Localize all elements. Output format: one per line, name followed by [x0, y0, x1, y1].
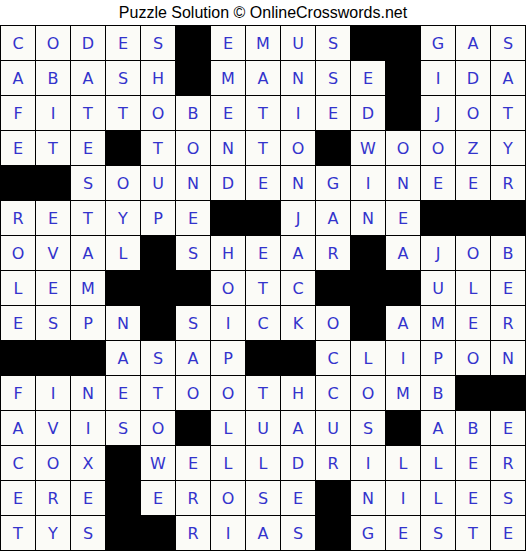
cell-r15c2: Y	[36, 516, 70, 550]
block-r4c10	[316, 131, 350, 165]
block-r9c11	[351, 306, 385, 340]
block-r15c10	[316, 516, 350, 550]
cell-r8c7: O	[211, 271, 245, 305]
cell-r13c3: X	[71, 446, 105, 480]
cell-r8c13: U	[421, 271, 455, 305]
cell-r5c10: G	[316, 166, 350, 200]
cell-r14c6: R	[176, 481, 210, 515]
cell-r12c1: A	[1, 411, 35, 445]
cell-r14c8: S	[246, 481, 280, 515]
block-r1c12	[386, 26, 420, 60]
cell-r13c14: E	[456, 446, 490, 480]
cell-r7c8: E	[246, 236, 280, 270]
cell-r12c2: V	[36, 411, 70, 445]
page-title: Puzzle Solution © OnlineCrosswords.net	[119, 5, 407, 21]
cell-r10c5: S	[141, 341, 175, 375]
cell-r14c13: L	[421, 481, 455, 515]
cell-r10c13: P	[421, 341, 455, 375]
cell-r12c9: A	[281, 411, 315, 445]
block-r12c6	[176, 411, 210, 445]
cell-r13c10: R	[316, 446, 350, 480]
block-r10c9	[281, 341, 315, 375]
cell-r4c12: O	[386, 131, 420, 165]
cell-r10c11: L	[351, 341, 385, 375]
cell-r5c3: S	[71, 166, 105, 200]
cell-r2c13: I	[421, 61, 455, 95]
cell-r1c14: A	[456, 26, 490, 60]
cell-r11c7: O	[211, 376, 245, 410]
block-r12c12	[386, 411, 420, 445]
cell-r7c12: A	[386, 236, 420, 270]
cell-r12c8: U	[246, 411, 280, 445]
cell-r9c15: R	[491, 306, 525, 340]
cell-r9c1: E	[1, 306, 35, 340]
cell-r15c11: G	[351, 516, 385, 550]
cell-r11c11: O	[351, 376, 385, 410]
cell-r11c8: T	[246, 376, 280, 410]
cell-r1c10: S	[316, 26, 350, 60]
cell-r9c13: M	[421, 306, 455, 340]
block-r1c11	[351, 26, 385, 60]
block-r5c2	[36, 166, 70, 200]
cell-r8c15: E	[491, 271, 525, 305]
block-r8c10	[316, 271, 350, 305]
cell-r5c9: N	[281, 166, 315, 200]
block-r11c14	[456, 376, 490, 410]
block-r10c2	[36, 341, 70, 375]
cell-r5c4: O	[106, 166, 140, 200]
cell-r12c15: E	[491, 411, 525, 445]
cell-r9c4: N	[106, 306, 140, 340]
cell-r6c3: T	[71, 201, 105, 235]
cell-r3c5: O	[141, 96, 175, 130]
crossword-grid: CODESEMUSGASABASHMANSEIDAFITTOBETIEDJOTE…	[0, 25, 526, 551]
cell-r7c13: J	[421, 236, 455, 270]
block-r8c6	[176, 271, 210, 305]
cell-r11c4: E	[106, 376, 140, 410]
cell-r11c12: M	[386, 376, 420, 410]
cell-r14c15: S	[491, 481, 525, 515]
block-r8c4	[106, 271, 140, 305]
cell-r7c14: O	[456, 236, 490, 270]
cell-r6c5: P	[141, 201, 175, 235]
cell-r6c12: E	[386, 201, 420, 235]
cell-r12c3: I	[71, 411, 105, 445]
cell-r9c3: P	[71, 306, 105, 340]
cell-r9c14: E	[456, 306, 490, 340]
cell-r11c9: H	[281, 376, 315, 410]
cell-r10c7: P	[211, 341, 245, 375]
cell-r2c10: S	[316, 61, 350, 95]
cell-r5c12: N	[386, 166, 420, 200]
cell-r13c5: W	[141, 446, 175, 480]
block-r15c4	[106, 516, 140, 550]
cell-r9c8: C	[246, 306, 280, 340]
cell-r13c15: R	[491, 446, 525, 480]
cell-r15c9: S	[281, 516, 315, 550]
cell-r3c6: B	[176, 96, 210, 130]
cell-r9c10: O	[316, 306, 350, 340]
cell-r14c7: O	[211, 481, 245, 515]
cell-r2c3: A	[71, 61, 105, 95]
cell-r7c2: V	[36, 236, 70, 270]
cell-r12c13: A	[421, 411, 455, 445]
cell-r7c9: A	[281, 236, 315, 270]
cell-r8c2: E	[36, 271, 70, 305]
cell-r5c13: E	[421, 166, 455, 200]
cell-r13c7: L	[211, 446, 245, 480]
cell-r4c5: T	[141, 131, 175, 165]
cell-r3c3: T	[71, 96, 105, 130]
cell-r14c5: E	[141, 481, 175, 515]
cell-r13c2: O	[36, 446, 70, 480]
cell-r7c10: R	[316, 236, 350, 270]
cell-r5c14: E	[456, 166, 490, 200]
cell-r4c3: E	[71, 131, 105, 165]
cell-r13c6: E	[176, 446, 210, 480]
cell-r2c2: B	[36, 61, 70, 95]
cell-r10c14: O	[456, 341, 490, 375]
cell-r1c8: M	[246, 26, 280, 60]
block-r7c11	[351, 236, 385, 270]
cell-r3c11: D	[351, 96, 385, 130]
block-r3c12	[386, 96, 420, 130]
cell-r6c11: N	[351, 201, 385, 235]
cell-r15c1: T	[1, 516, 35, 550]
cell-r9c6: S	[176, 306, 210, 340]
block-r14c4	[106, 481, 140, 515]
cell-r5c8: E	[246, 166, 280, 200]
cell-r7c3: A	[71, 236, 105, 270]
cell-r3c2: I	[36, 96, 70, 130]
block-r10c8	[246, 341, 280, 375]
cell-r3c9: I	[281, 96, 315, 130]
cell-r9c9: K	[281, 306, 315, 340]
block-r9c5	[141, 306, 175, 340]
cell-r11c13: B	[421, 376, 455, 410]
cell-r6c4: Y	[106, 201, 140, 235]
block-r6c14	[456, 201, 490, 235]
cell-r2c4: S	[106, 61, 140, 95]
cell-r4c14: Z	[456, 131, 490, 165]
cell-r5c5: U	[141, 166, 175, 200]
cell-r5c15: R	[491, 166, 525, 200]
block-r6c7	[211, 201, 245, 235]
cell-r13c8: L	[246, 446, 280, 480]
cell-r2c1: A	[1, 61, 35, 95]
cell-r15c15: E	[491, 516, 525, 550]
cell-r11c1: F	[1, 376, 35, 410]
cell-r12c7: L	[211, 411, 245, 445]
block-r4c4	[106, 131, 140, 165]
block-r2c12	[386, 61, 420, 95]
cell-r1c13: G	[421, 26, 455, 60]
cell-r11c6: O	[176, 376, 210, 410]
cell-r1c2: O	[36, 26, 70, 60]
cell-r9c2: S	[36, 306, 70, 340]
cell-r4c7: N	[211, 131, 245, 165]
cell-r8c14: L	[456, 271, 490, 305]
cell-r1c7: E	[211, 26, 245, 60]
cell-r15c7: I	[211, 516, 245, 550]
cell-r15c13: S	[421, 516, 455, 550]
cell-r14c9: E	[281, 481, 315, 515]
cell-r15c12: E	[386, 516, 420, 550]
cell-r2c15: A	[491, 61, 525, 95]
cell-r4c11: W	[351, 131, 385, 165]
cell-r6c1: R	[1, 201, 35, 235]
block-r6c13	[421, 201, 455, 235]
title-bar: Puzzle Solution © OnlineCrosswords.net	[0, 0, 526, 25]
cell-r6c6: E	[176, 201, 210, 235]
cell-r8c1: L	[1, 271, 35, 305]
cell-r14c12: I	[386, 481, 420, 515]
cell-r8c8: T	[246, 271, 280, 305]
cell-r4c2: T	[36, 131, 70, 165]
cell-r6c2: E	[36, 201, 70, 235]
cell-r11c3: N	[71, 376, 105, 410]
block-r14c10	[316, 481, 350, 515]
cell-r5c6: N	[176, 166, 210, 200]
cell-r1c1: C	[1, 26, 35, 60]
block-r8c11	[351, 271, 385, 305]
cell-r1c9: U	[281, 26, 315, 60]
cell-r3c13: J	[421, 96, 455, 130]
cell-r8c3: M	[71, 271, 105, 305]
cell-r2c8: A	[246, 61, 280, 95]
cell-r1c3: D	[71, 26, 105, 60]
block-r6c8	[246, 201, 280, 235]
cell-r7c1: O	[1, 236, 35, 270]
cell-r2c9: N	[281, 61, 315, 95]
block-r1c6	[176, 26, 210, 60]
cell-r11c5: T	[141, 376, 175, 410]
cell-r14c2: R	[36, 481, 70, 515]
cell-r11c2: I	[36, 376, 70, 410]
cell-r10c4: A	[106, 341, 140, 375]
cell-r2c7: M	[211, 61, 245, 95]
block-r13c4	[106, 446, 140, 480]
cell-r12c10: U	[316, 411, 350, 445]
cell-r9c12: A	[386, 306, 420, 340]
block-r5c1	[1, 166, 35, 200]
cell-r7c4: L	[106, 236, 140, 270]
cell-r1c4: E	[106, 26, 140, 60]
cell-r12c5: O	[141, 411, 175, 445]
cell-r12c4: S	[106, 411, 140, 445]
cell-r15c14: T	[456, 516, 490, 550]
block-r11c15	[491, 376, 525, 410]
block-r8c5	[141, 271, 175, 305]
block-r8c12	[386, 271, 420, 305]
block-r2c6	[176, 61, 210, 95]
cell-r4c8: T	[246, 131, 280, 165]
cell-r3c7: E	[211, 96, 245, 130]
block-r7c5	[141, 236, 175, 270]
cell-r2c14: D	[456, 61, 490, 95]
cell-r5c11: I	[351, 166, 385, 200]
cell-r6c10: A	[316, 201, 350, 235]
cell-r11c10: C	[316, 376, 350, 410]
cell-r3c1: F	[1, 96, 35, 130]
cell-r4c9: O	[281, 131, 315, 165]
cell-r5c7: D	[211, 166, 245, 200]
cell-r14c3: E	[71, 481, 105, 515]
cell-r12c14: B	[456, 411, 490, 445]
cell-r15c3: S	[71, 516, 105, 550]
cell-r4c6: O	[176, 131, 210, 165]
cell-r13c11: I	[351, 446, 385, 480]
cell-r13c12: L	[386, 446, 420, 480]
cell-r10c12: I	[386, 341, 420, 375]
cell-r3c8: T	[246, 96, 280, 130]
cell-r15c6: R	[176, 516, 210, 550]
cell-r14c11: N	[351, 481, 385, 515]
cell-r3c10: E	[316, 96, 350, 130]
cell-r6c9: J	[281, 201, 315, 235]
cell-r10c6: A	[176, 341, 210, 375]
cell-r13c1: C	[1, 446, 35, 480]
cell-r1c15: S	[491, 26, 525, 60]
cell-r7c6: S	[176, 236, 210, 270]
cell-r4c1: E	[1, 131, 35, 165]
cell-r2c11: E	[351, 61, 385, 95]
block-r10c1	[1, 341, 35, 375]
block-r6c15	[491, 201, 525, 235]
cell-r4c15: Y	[491, 131, 525, 165]
block-r10c3	[71, 341, 105, 375]
cell-r1c5: S	[141, 26, 175, 60]
cell-r7c15: B	[491, 236, 525, 270]
cell-r14c1: E	[1, 481, 35, 515]
cell-r15c8: A	[246, 516, 280, 550]
cell-r9c7: I	[211, 306, 245, 340]
cell-r12c11: S	[351, 411, 385, 445]
cell-r14c14: E	[456, 481, 490, 515]
cell-r3c14: O	[456, 96, 490, 130]
cell-r13c13: L	[421, 446, 455, 480]
cell-r4c13: O	[421, 131, 455, 165]
cell-r3c15: T	[491, 96, 525, 130]
cell-r10c10: C	[316, 341, 350, 375]
cell-r7c7: H	[211, 236, 245, 270]
cell-r3c4: T	[106, 96, 140, 130]
cell-r8c9: C	[281, 271, 315, 305]
block-r15c5	[141, 516, 175, 550]
cell-r10c15: N	[491, 341, 525, 375]
cell-r2c5: H	[141, 61, 175, 95]
cell-r13c9: D	[281, 446, 315, 480]
